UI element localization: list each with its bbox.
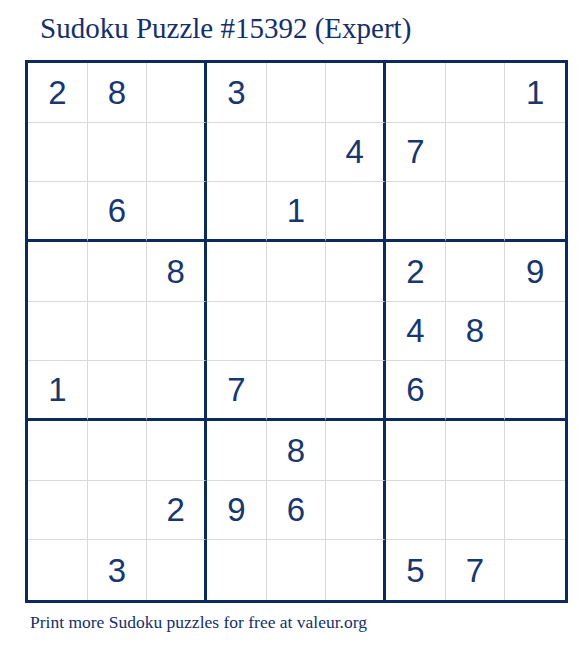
sudoku-cell-r2c1 <box>28 123 88 183</box>
page-title: Sudoku Puzzle #15392 (Expert) <box>40 12 411 45</box>
sudoku-cell-r4c2 <box>88 242 148 302</box>
sudoku-cell-r2c5 <box>267 123 327 183</box>
sudoku-cell-r3c9 <box>505 182 565 242</box>
sudoku-cell-r8c1 <box>28 481 88 541</box>
sudoku-cell-r9c9 <box>505 540 565 600</box>
sudoku-cell-r4c4 <box>207 242 267 302</box>
sudoku-cell-r9c3 <box>147 540 207 600</box>
sudoku-cell-r5c3 <box>147 302 207 362</box>
footer-text: Print more Sudoku puzzles for free at va… <box>30 612 367 633</box>
sudoku-cell-r3c1 <box>28 182 88 242</box>
sudoku-cell-r7c2 <box>88 421 148 481</box>
sudoku-cell-r6c5 <box>267 361 327 421</box>
sudoku-cell-r2c2 <box>88 123 148 183</box>
sudoku-cell-r8c4: 9 <box>207 481 267 541</box>
sudoku-cell-r3c8 <box>446 182 506 242</box>
sudoku-cell-r1c2: 8 <box>88 63 148 123</box>
sudoku-cell-r3c2: 6 <box>88 182 148 242</box>
sudoku-cell-r9c8: 7 <box>446 540 506 600</box>
sudoku-cell-r2c9 <box>505 123 565 183</box>
sudoku-cell-r5c6 <box>326 302 386 362</box>
sudoku-cell-r9c4 <box>207 540 267 600</box>
sudoku-cell-r5c1 <box>28 302 88 362</box>
sudoku-cell-r7c6 <box>326 421 386 481</box>
sudoku-cell-r8c3: 2 <box>147 481 207 541</box>
sudoku-cell-r1c4: 3 <box>207 63 267 123</box>
sudoku-cell-r9c6 <box>326 540 386 600</box>
sudoku-page: Sudoku Puzzle #15392 (Expert) 2831476182… <box>0 0 580 651</box>
sudoku-cell-r8c9 <box>505 481 565 541</box>
sudoku-cell-r8c6 <box>326 481 386 541</box>
sudoku-cell-r6c3 <box>147 361 207 421</box>
sudoku-cell-r1c6 <box>326 63 386 123</box>
sudoku-cell-r2c6: 4 <box>326 123 386 183</box>
sudoku-cell-r5c9 <box>505 302 565 362</box>
sudoku-cell-r9c5 <box>267 540 327 600</box>
sudoku-cell-r2c7: 7 <box>386 123 446 183</box>
sudoku-cell-r7c7 <box>386 421 446 481</box>
sudoku-cell-r6c9 <box>505 361 565 421</box>
sudoku-cell-r8c2 <box>88 481 148 541</box>
sudoku-cell-r4c9: 9 <box>505 242 565 302</box>
sudoku-cell-r5c4 <box>207 302 267 362</box>
sudoku-cell-r2c4 <box>207 123 267 183</box>
sudoku-cell-r5c2 <box>88 302 148 362</box>
sudoku-cell-r3c4 <box>207 182 267 242</box>
sudoku-cell-r1c9: 1 <box>505 63 565 123</box>
sudoku-cell-r1c1: 2 <box>28 63 88 123</box>
sudoku-cell-r9c7: 5 <box>386 540 446 600</box>
sudoku-cell-r2c3 <box>147 123 207 183</box>
sudoku-cell-r4c6 <box>326 242 386 302</box>
sudoku-cell-r3c5: 1 <box>267 182 327 242</box>
sudoku-cell-r3c7 <box>386 182 446 242</box>
sudoku-cell-r6c6 <box>326 361 386 421</box>
sudoku-cell-r7c1 <box>28 421 88 481</box>
sudoku-cell-r6c4: 7 <box>207 361 267 421</box>
sudoku-cell-r5c5 <box>267 302 327 362</box>
sudoku-cell-r1c7 <box>386 63 446 123</box>
sudoku-cell-r6c7: 6 <box>386 361 446 421</box>
sudoku-cell-r7c3 <box>147 421 207 481</box>
sudoku-cell-r4c8 <box>446 242 506 302</box>
sudoku-cell-r1c5 <box>267 63 327 123</box>
sudoku-cell-r4c7: 2 <box>386 242 446 302</box>
sudoku-cell-r1c3 <box>147 63 207 123</box>
sudoku-cell-r8c5: 6 <box>267 481 327 541</box>
sudoku-cell-r9c1 <box>28 540 88 600</box>
sudoku-cell-r5c8: 8 <box>446 302 506 362</box>
sudoku-cell-r2c8 <box>446 123 506 183</box>
sudoku-cell-r5c7: 4 <box>386 302 446 362</box>
sudoku-cell-r7c4 <box>207 421 267 481</box>
sudoku-cell-r4c3: 8 <box>147 242 207 302</box>
sudoku-cell-r7c5: 8 <box>267 421 327 481</box>
sudoku-cell-r7c8 <box>446 421 506 481</box>
sudoku-cell-r1c8 <box>446 63 506 123</box>
sudoku-cell-r9c2: 3 <box>88 540 148 600</box>
sudoku-board: 28314761829481768296357 <box>25 60 568 603</box>
sudoku-cell-r8c7 <box>386 481 446 541</box>
sudoku-cell-r7c9 <box>505 421 565 481</box>
sudoku-cell-r3c3 <box>147 182 207 242</box>
sudoku-cell-r3c6 <box>326 182 386 242</box>
sudoku-cell-r4c1 <box>28 242 88 302</box>
sudoku-cell-r6c8 <box>446 361 506 421</box>
sudoku-cell-r4c5 <box>267 242 327 302</box>
sudoku-cell-r8c8 <box>446 481 506 541</box>
sudoku-cell-r6c2 <box>88 361 148 421</box>
sudoku-cell-r6c1: 1 <box>28 361 88 421</box>
